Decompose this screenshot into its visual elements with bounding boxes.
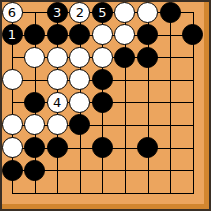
board-cell[interactable]: [91, 136, 114, 159]
board-cell[interactable]: [91, 46, 114, 69]
go-board-grid: 632514: [1, 1, 204, 204]
board-cell[interactable]: [91, 68, 114, 91]
board-cell[interactable]: [114, 91, 137, 114]
board-cell[interactable]: [23, 159, 46, 182]
board-cell[interactable]: [136, 181, 159, 204]
board-cell[interactable]: [181, 68, 204, 91]
board-cell[interactable]: [68, 46, 91, 69]
white-stone: [2, 114, 23, 135]
board-cell[interactable]: 1: [1, 23, 24, 46]
board-cell[interactable]: [181, 136, 204, 159]
move-number: 2: [76, 5, 84, 18]
board-cell[interactable]: [23, 136, 46, 159]
board-cell[interactable]: [136, 136, 159, 159]
board-cell[interactable]: [1, 68, 24, 91]
white-stone: [47, 47, 68, 68]
white-stone: [24, 47, 45, 68]
white-stone: [2, 137, 23, 158]
board-cell[interactable]: [159, 68, 182, 91]
board-cell[interactable]: [1, 91, 24, 114]
white-stone: [114, 24, 135, 45]
board-cell[interactable]: [46, 23, 69, 46]
board-cell[interactable]: [91, 91, 114, 114]
go-board: 632514: [0, 0, 211, 211]
white-stone: [69, 92, 90, 113]
board-cell[interactable]: 2: [68, 1, 91, 24]
board-cell[interactable]: [114, 114, 137, 137]
white-stone: 4: [47, 92, 68, 113]
move-number: 4: [53, 95, 61, 108]
board-cell[interactable]: [68, 23, 91, 46]
board-cell[interactable]: [159, 159, 182, 182]
board-cell[interactable]: [114, 1, 137, 24]
board-cell[interactable]: [91, 181, 114, 204]
black-stone: [24, 24, 45, 45]
white-stone: [69, 47, 90, 68]
move-number: 1: [8, 28, 16, 41]
board-cell[interactable]: 4: [46, 91, 69, 114]
black-stone: [92, 92, 113, 113]
board-cell[interactable]: [181, 1, 204, 24]
board-cell[interactable]: [46, 68, 69, 91]
board-cell[interactable]: [68, 181, 91, 204]
board-cell[interactable]: [136, 23, 159, 46]
black-stone: [137, 137, 158, 158]
board-cell[interactable]: [23, 114, 46, 137]
board-cell[interactable]: [181, 181, 204, 204]
white-stone: [24, 114, 45, 135]
board-cell[interactable]: [1, 46, 24, 69]
board-cell[interactable]: [114, 68, 137, 91]
board-cell[interactable]: [68, 114, 91, 137]
black-stone: [137, 47, 158, 68]
board-cell[interactable]: [159, 1, 182, 24]
board-cell[interactable]: [181, 114, 204, 137]
board-cell[interactable]: [159, 181, 182, 204]
black-stone: 5: [92, 2, 113, 23]
board-cell[interactable]: [91, 23, 114, 46]
board-cell[interactable]: [181, 23, 204, 46]
white-stone: [137, 2, 158, 23]
board-cell[interactable]: [91, 159, 114, 182]
board-cell[interactable]: [68, 91, 91, 114]
board-cell[interactable]: [136, 68, 159, 91]
black-stone: [160, 2, 181, 23]
board-cell[interactable]: [68, 136, 91, 159]
board-cell[interactable]: [159, 136, 182, 159]
black-stone: [24, 137, 45, 158]
black-stone: [47, 24, 68, 45]
board-cell[interactable]: [114, 46, 137, 69]
black-stone: [182, 24, 203, 45]
board-cell[interactable]: [159, 91, 182, 114]
board-cell[interactable]: [46, 46, 69, 69]
board-cell[interactable]: [136, 114, 159, 137]
black-stone: [92, 137, 113, 158]
board-cell[interactable]: [114, 181, 137, 204]
board-cell[interactable]: [159, 23, 182, 46]
white-stone: [69, 69, 90, 90]
board-cell[interactable]: [23, 46, 46, 69]
board-cell[interactable]: [136, 46, 159, 69]
black-stone: [47, 137, 68, 158]
black-stone: [24, 160, 45, 181]
board-cell[interactable]: [68, 68, 91, 91]
black-stone: [69, 114, 90, 135]
board-cell[interactable]: [23, 68, 46, 91]
black-stone: [2, 160, 23, 181]
board-cell[interactable]: [114, 159, 137, 182]
black-stone: [69, 24, 90, 45]
board-cell[interactable]: [1, 114, 24, 137]
black-stone: [137, 24, 158, 45]
board-cell[interactable]: [136, 1, 159, 24]
board-cell[interactable]: [1, 159, 24, 182]
board-cell[interactable]: [23, 181, 46, 204]
white-stone: [92, 24, 113, 45]
board-cell[interactable]: [114, 23, 137, 46]
board-cell[interactable]: [114, 136, 137, 159]
white-stone: 2: [69, 2, 90, 23]
white-stone: [114, 2, 135, 23]
white-stone: 6: [2, 2, 23, 23]
black-stone: 1: [2, 24, 23, 45]
board-cell[interactable]: [1, 136, 24, 159]
board-cell[interactable]: [46, 114, 69, 137]
board-cell[interactable]: [46, 181, 69, 204]
board-cell[interactable]: [68, 159, 91, 182]
move-number: 3: [53, 5, 61, 18]
board-cell[interactable]: [181, 46, 204, 69]
board-cell[interactable]: [91, 114, 114, 137]
move-number: 5: [98, 5, 106, 18]
board-cell[interactable]: [1, 181, 24, 204]
white-stone: [47, 69, 68, 90]
black-stone: 3: [47, 2, 68, 23]
black-stone: [92, 69, 113, 90]
white-stone: [92, 47, 113, 68]
board-cell[interactable]: [46, 136, 69, 159]
board-cell[interactable]: [181, 159, 204, 182]
white-stone: [47, 114, 68, 135]
board-cell[interactable]: [23, 23, 46, 46]
board-cell[interactable]: [181, 91, 204, 114]
board-cell[interactable]: 3: [46, 1, 69, 24]
board-cell[interactable]: 6: [1, 1, 24, 24]
black-stone: [114, 47, 135, 68]
black-stone: [24, 92, 45, 113]
board-cell[interactable]: [46, 159, 69, 182]
board-cell[interactable]: [159, 114, 182, 137]
board-cell[interactable]: [136, 91, 159, 114]
board-cell[interactable]: 5: [91, 1, 114, 24]
move-number: 6: [8, 5, 16, 18]
white-stone: [2, 69, 23, 90]
board-cell[interactable]: [23, 1, 46, 24]
board-cell[interactable]: [136, 159, 159, 182]
board-cell[interactable]: [23, 91, 46, 114]
board-cell[interactable]: [159, 46, 182, 69]
